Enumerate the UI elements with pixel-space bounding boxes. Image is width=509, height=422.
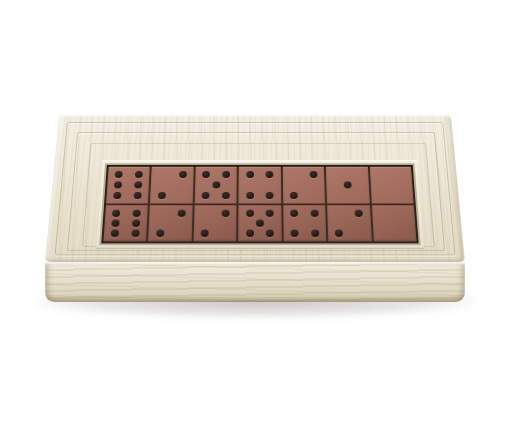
domino-box-front-face	[45, 262, 465, 302]
pip	[114, 181, 122, 188]
domino-tile-6-6[interactable]	[103, 167, 150, 242]
pip	[201, 230, 209, 237]
domino-tile-4-5[interactable]	[238, 167, 281, 242]
pip	[309, 171, 317, 178]
pip	[266, 230, 274, 237]
pip	[246, 192, 254, 199]
pip	[113, 192, 121, 199]
pip	[222, 171, 230, 178]
pip	[179, 171, 187, 178]
pip	[112, 210, 120, 217]
pip	[343, 181, 351, 188]
domino-half-value-1	[326, 167, 370, 204]
domino-tray	[101, 165, 418, 243]
pip	[310, 210, 318, 217]
pip	[222, 210, 230, 217]
domino-half-value-2	[193, 203, 236, 241]
pip	[266, 210, 274, 217]
pip	[133, 210, 141, 217]
pip	[111, 230, 119, 237]
pip	[290, 210, 298, 217]
pip	[266, 171, 274, 178]
pip	[290, 230, 298, 237]
domino-half-value-0	[369, 167, 413, 204]
pip	[132, 220, 140, 227]
domino-half-value-0	[371, 203, 416, 241]
domino-tile-5-2[interactable]	[193, 167, 237, 242]
domino-half-value-5	[238, 203, 281, 241]
domino-tile-0-0[interactable]	[369, 167, 416, 242]
pip	[112, 220, 120, 227]
domino-tile-2-2[interactable]	[148, 167, 193, 242]
domino-tile-2-4[interactable]	[282, 167, 326, 242]
pip	[222, 192, 230, 199]
pip	[311, 230, 319, 237]
pip	[135, 171, 143, 178]
pip	[256, 220, 264, 227]
pip	[177, 210, 185, 217]
domino-half-value-2	[327, 203, 371, 241]
domino-box-top-face	[45, 115, 465, 262]
pip	[134, 192, 142, 199]
pip	[158, 192, 166, 199]
pip	[335, 230, 343, 237]
pip	[156, 230, 164, 237]
pip	[246, 230, 254, 237]
pip	[266, 192, 274, 199]
pip	[132, 230, 140, 237]
domino-half-value-2	[148, 203, 192, 241]
pip	[355, 210, 363, 217]
domino-tile-1-2[interactable]	[326, 167, 372, 242]
pip	[202, 171, 210, 178]
pip	[134, 181, 142, 188]
domino-half-value-5	[194, 167, 237, 204]
pip	[290, 192, 298, 199]
pip	[115, 171, 123, 178]
domino-half-value-2	[150, 167, 193, 204]
pip	[246, 171, 254, 178]
domino-half-value-6	[103, 203, 148, 241]
domino-half-value-4	[239, 167, 281, 204]
domino-tiles-row	[103, 167, 416, 242]
pip	[202, 192, 210, 199]
pip	[212, 181, 220, 188]
product-photo	[0, 0, 509, 422]
domino-half-value-4	[283, 203, 327, 241]
domino-half-value-2	[282, 167, 325, 204]
pip	[246, 210, 254, 217]
domino-half-value-6	[106, 167, 150, 204]
